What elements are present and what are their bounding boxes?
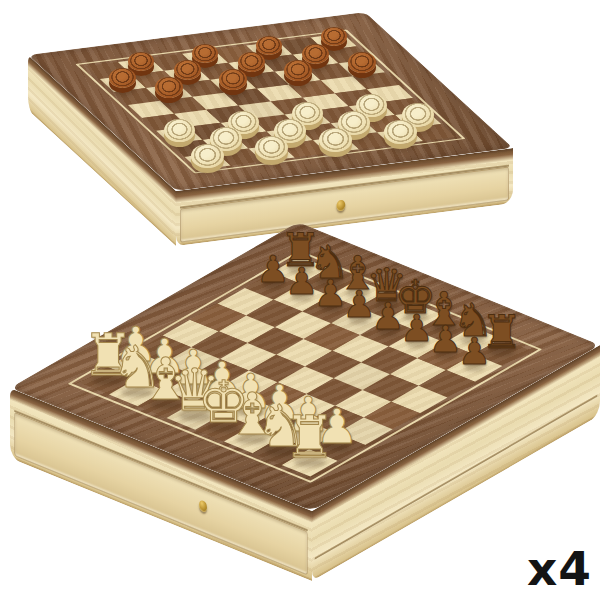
chess-box: ♜♞♝♛♚♝♞♜♟♟♟♟♟♟♟♟♟♟♟♟♟♟♟♟♜♞♝♛♚♝♞♜ bbox=[0, 0, 600, 600]
quantity-label: x4 bbox=[527, 541, 592, 596]
product-photo: ♜♞♝♛♚♝♞♜♟♟♟♟♟♟♟♟♟♟♟♟♟♟♟♟♜♞♝♛♚♝♞♜ x4 bbox=[0, 0, 600, 600]
